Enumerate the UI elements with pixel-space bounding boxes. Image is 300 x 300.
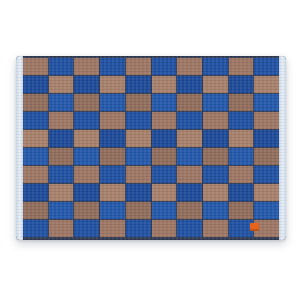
selvedge-left [16,56,23,240]
board-cell [229,166,254,183]
bath-mat [16,56,286,240]
board-cell [152,58,177,75]
board-cell [23,94,48,111]
board-cell [177,184,202,201]
brand-tag [250,223,259,231]
board-cell [74,202,99,219]
board-cell [229,76,254,93]
board-cell [23,76,48,93]
board-cell [126,58,151,75]
board-cell [203,94,228,111]
board-cell [152,94,177,111]
board-cell [23,166,48,183]
board-cell [152,202,177,219]
board-cell [100,184,125,201]
product-photo [0,0,300,300]
board-cell [49,58,74,75]
board-cell [74,166,99,183]
board-cell [152,220,177,237]
board-cell [74,76,99,93]
board-cell [152,112,177,129]
board-cell [254,58,279,75]
board-cell [177,130,202,147]
board-cell [100,220,125,237]
board-cell [254,112,279,129]
board-cell [203,112,228,129]
board-cell [74,112,99,129]
board-cell [229,148,254,165]
board-cell [23,112,48,129]
board-cell [126,184,151,201]
board-cell [74,220,99,237]
board-cell [177,220,202,237]
board-cell [203,130,228,147]
board-cell [100,112,125,129]
board-cell [100,166,125,183]
board-cell [23,148,48,165]
board-cell [23,202,48,219]
checkerboard [23,58,279,237]
selvedge-right [279,56,286,240]
board-cell [49,94,74,111]
board-cell [74,130,99,147]
board-cell [126,220,151,237]
board-cell [126,202,151,219]
board-cell [23,184,48,201]
board-cell [203,58,228,75]
board-cell [177,148,202,165]
board-cell [254,202,279,219]
board-cell [49,202,74,219]
board-cell [177,112,202,129]
board-cell [254,184,279,201]
board-cell [23,58,48,75]
board-cell [126,112,151,129]
board-cell [152,166,177,183]
board-cell [203,148,228,165]
board-cell [254,76,279,93]
board-cell [203,76,228,93]
board-cell [49,76,74,93]
board-cell [177,166,202,183]
board-cell [254,148,279,165]
board-cell [126,130,151,147]
board-cell [203,220,228,237]
board-cell [203,202,228,219]
board-cell [49,112,74,129]
board-cell [177,202,202,219]
board-cell [74,148,99,165]
board-cell [152,76,177,93]
board-cell [203,184,228,201]
board-cell [152,184,177,201]
board-cell [100,148,125,165]
board-cell [177,58,202,75]
board-cell [126,94,151,111]
board-cell [74,94,99,111]
board-cell [49,220,74,237]
board-cell [49,184,74,201]
board-cell [229,184,254,201]
board-cell [229,94,254,111]
board-cell [254,130,279,147]
board-cell [177,76,202,93]
board-cell [100,130,125,147]
board-cell [49,148,74,165]
board-cell [100,202,125,219]
board-cell [74,58,99,75]
board-cell [100,76,125,93]
board-cell [229,112,254,129]
board-cell [229,202,254,219]
board-cell [152,130,177,147]
board-cell [126,166,151,183]
board-cell [203,166,228,183]
board-cell [254,166,279,183]
board-cell [49,166,74,183]
board-cell [100,58,125,75]
board-cell [229,58,254,75]
board-cell [126,76,151,93]
board-cell [49,130,74,147]
board-cell [177,94,202,111]
board-cell [126,148,151,165]
board-cell [23,130,48,147]
board-cell [254,94,279,111]
board-cell [74,184,99,201]
board-cell [152,148,177,165]
board-cell [100,94,125,111]
board-cell [229,130,254,147]
board-cell [23,220,48,237]
